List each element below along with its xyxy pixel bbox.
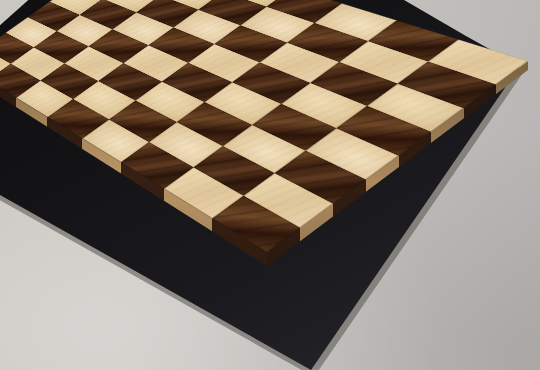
scene bbox=[0, 0, 540, 370]
